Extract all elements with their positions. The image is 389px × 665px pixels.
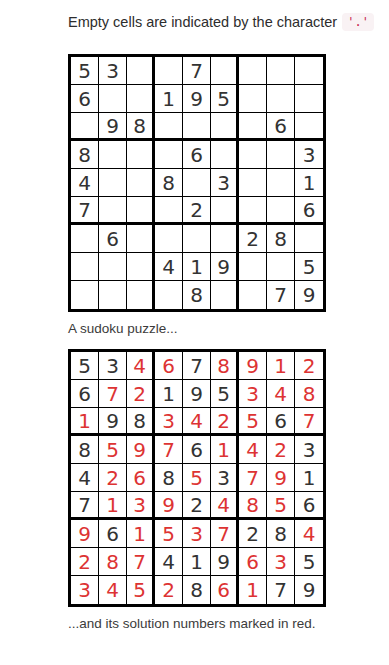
- cell-r2c6: 5: [211, 380, 239, 408]
- cell-r6c8: 5: [267, 492, 295, 520]
- cell-r5c2: 2: [99, 464, 127, 492]
- cell-r8c5: 1: [183, 548, 211, 576]
- cell-r8c8: [267, 253, 295, 281]
- cell-r3c3: 8: [127, 408, 155, 436]
- cell-r5c4: 8: [155, 464, 183, 492]
- cell-r6c9: 6: [295, 492, 323, 520]
- cell-r8c8: 3: [267, 548, 295, 576]
- cell-r3c8: 6: [267, 113, 295, 141]
- cell-r1c3: [127, 57, 155, 85]
- cell-r9c1: 3: [71, 576, 99, 604]
- cell-r5c7: 7: [239, 464, 267, 492]
- cell-r7c2: 6: [99, 225, 127, 253]
- cell-r9c2: 4: [99, 576, 127, 604]
- cell-r4c4: [155, 141, 183, 169]
- cell-r2c4: 1: [155, 380, 183, 408]
- cell-r4c8: 2: [267, 436, 295, 464]
- cell-r8c6: 9: [211, 253, 239, 281]
- cell-r9c6: [211, 281, 239, 309]
- cell-r2c8: [267, 85, 295, 113]
- cell-r2c7: 3: [239, 380, 267, 408]
- cell-r7c8: 8: [267, 225, 295, 253]
- cell-r6c5: 2: [183, 492, 211, 520]
- cell-r4c6: 1: [211, 436, 239, 464]
- solution-caption: ...and its solution numbers marked in re…: [68, 616, 389, 631]
- cell-r2c3: [127, 85, 155, 113]
- cell-r3c5: 4: [183, 408, 211, 436]
- cell-r4c3: 9: [127, 436, 155, 464]
- cell-r2c7: [239, 85, 267, 113]
- cell-r5c8: 9: [267, 464, 295, 492]
- cell-r5c3: 6: [127, 464, 155, 492]
- cell-r4c3: [127, 141, 155, 169]
- cell-r7c9: 4: [295, 520, 323, 548]
- cell-r7c5: [183, 225, 211, 253]
- cell-r9c3: [127, 281, 155, 309]
- cell-r9c9: 9: [295, 576, 323, 604]
- cell-r1c6: 8: [211, 352, 239, 380]
- cell-r9c5: 8: [183, 576, 211, 604]
- cell-r9c5: 8: [183, 281, 211, 309]
- cell-r6c3: [127, 197, 155, 225]
- cell-r6c9: 6: [295, 197, 323, 225]
- cell-r6c3: 3: [127, 492, 155, 520]
- cell-r9c1: [71, 281, 99, 309]
- cell-r3c8: 6: [267, 408, 295, 436]
- cell-r8c1: 2: [71, 548, 99, 576]
- cell-r7c7: 2: [239, 520, 267, 548]
- cell-r1c8: 1: [267, 352, 295, 380]
- cell-r6c1: 7: [71, 197, 99, 225]
- cell-r6c4: 9: [155, 492, 183, 520]
- cell-r8c3: 7: [127, 548, 155, 576]
- cell-r2c2: 7: [99, 380, 127, 408]
- cell-r8c7: 6: [239, 548, 267, 576]
- cell-r2c9: [295, 85, 323, 113]
- cell-r7c3: [127, 225, 155, 253]
- cell-r1c7: 9: [239, 352, 267, 380]
- cell-r6c5: 2: [183, 197, 211, 225]
- cell-r4c2: [99, 141, 127, 169]
- cell-r9c2: [99, 281, 127, 309]
- cell-r8c4: 4: [155, 253, 183, 281]
- cell-r3c4: 3: [155, 408, 183, 436]
- cell-r1c8: [267, 57, 295, 85]
- cell-r7c8: 8: [267, 520, 295, 548]
- cell-r4c4: 7: [155, 436, 183, 464]
- cell-r5c4: 8: [155, 169, 183, 197]
- cell-r3c9: [295, 113, 323, 141]
- cell-r4c9: 3: [295, 436, 323, 464]
- cell-r4c7: 4: [239, 436, 267, 464]
- cell-r9c3: 5: [127, 576, 155, 604]
- cell-r1c2: 3: [99, 352, 127, 380]
- cell-r4c1: 8: [71, 436, 99, 464]
- cell-r7c6: 7: [211, 520, 239, 548]
- cell-r1c5: 7: [183, 352, 211, 380]
- cell-r1c4: 6: [155, 352, 183, 380]
- cell-r3c7: 5: [239, 408, 267, 436]
- cell-r3c6: [211, 113, 239, 141]
- cell-r2c5: 9: [183, 85, 211, 113]
- cell-r7c3: 1: [127, 520, 155, 548]
- cell-r6c2: [99, 197, 127, 225]
- cell-r5c7: [239, 169, 267, 197]
- cell-r8c1: [71, 253, 99, 281]
- cell-r5c6: 3: [211, 464, 239, 492]
- cell-r4c7: [239, 141, 267, 169]
- cell-r1c1: 5: [71, 57, 99, 85]
- cell-r6c4: [155, 197, 183, 225]
- cell-r9c7: 1: [239, 576, 267, 604]
- cell-r8c4: 4: [155, 548, 183, 576]
- cell-r1c4: [155, 57, 183, 85]
- cell-r8c6: 9: [211, 548, 239, 576]
- cell-r2c6: 5: [211, 85, 239, 113]
- cell-r7c6: [211, 225, 239, 253]
- cell-r5c1: 4: [71, 464, 99, 492]
- cell-r6c6: [211, 197, 239, 225]
- cell-r6c2: 1: [99, 492, 127, 520]
- cell-r4c5: 6: [183, 141, 211, 169]
- cell-r7c4: 5: [155, 520, 183, 548]
- cell-r1c9: 2: [295, 352, 323, 380]
- cell-r8c3: [127, 253, 155, 281]
- cell-r9c9: 9: [295, 281, 323, 309]
- cell-r8c7: [239, 253, 267, 281]
- cell-r2c2: [99, 85, 127, 113]
- cell-r3c5: [183, 113, 211, 141]
- cell-r9c4: 2: [155, 576, 183, 604]
- cell-r5c9: 1: [295, 169, 323, 197]
- header-text-label: Empty cells are indicated by the charact…: [68, 14, 337, 30]
- cell-r5c2: [99, 169, 127, 197]
- cell-r4c5: 6: [183, 436, 211, 464]
- cell-r7c1: [71, 225, 99, 253]
- cell-r5c1: 4: [71, 169, 99, 197]
- cell-r4c9: 3: [295, 141, 323, 169]
- empty-cell-code-badge: '.': [342, 13, 374, 31]
- cell-r4c6: [211, 141, 239, 169]
- cell-r2c5: 9: [183, 380, 211, 408]
- cell-r4c1: 8: [71, 141, 99, 169]
- cell-r6c7: [239, 197, 267, 225]
- cell-r1c5: 7: [183, 57, 211, 85]
- cell-r3c2: 9: [99, 408, 127, 436]
- header-text: Empty cells are indicated by the charact…: [68, 13, 389, 31]
- cell-r2c8: 4: [267, 380, 295, 408]
- cell-r1c2: 3: [99, 57, 127, 85]
- cell-r3c9: 7: [295, 408, 323, 436]
- cell-r7c9: [295, 225, 323, 253]
- cell-r3c2: 9: [99, 113, 127, 141]
- cell-r2c4: 1: [155, 85, 183, 113]
- cell-r3c4: [155, 113, 183, 141]
- cell-r9c7: [239, 281, 267, 309]
- cell-r7c2: 6: [99, 520, 127, 548]
- cell-r9c6: 6: [211, 576, 239, 604]
- cell-r5c3: [127, 169, 155, 197]
- page: Empty cells are indicated by the charact…: [0, 0, 389, 631]
- cell-r7c5: 3: [183, 520, 211, 548]
- cell-r5c6: 3: [211, 169, 239, 197]
- cell-r6c8: [267, 197, 295, 225]
- cell-r5c5: 5: [183, 464, 211, 492]
- cell-r4c2: 5: [99, 436, 127, 464]
- cell-r3c3: 8: [127, 113, 155, 141]
- cell-r1c1: 5: [71, 352, 99, 380]
- cell-r2c3: 2: [127, 380, 155, 408]
- cell-r5c8: [267, 169, 295, 197]
- cell-r8c2: 8: [99, 548, 127, 576]
- cell-r7c4: [155, 225, 183, 253]
- puzzle-caption: A sudoku puzzle...: [68, 321, 389, 336]
- cell-r9c4: [155, 281, 183, 309]
- cell-r8c9: 5: [295, 253, 323, 281]
- cell-r3c1: 1: [71, 408, 99, 436]
- cell-r1c9: [295, 57, 323, 85]
- cell-r9c8: 7: [267, 281, 295, 309]
- cell-r5c5: [183, 169, 211, 197]
- cell-r3c6: 2: [211, 408, 239, 436]
- cell-r8c9: 5: [295, 548, 323, 576]
- cell-r8c5: 1: [183, 253, 211, 281]
- cell-r2c1: 6: [71, 380, 99, 408]
- cell-r1c6: [211, 57, 239, 85]
- cell-r3c1: [71, 113, 99, 141]
- cell-r6c1: 7: [71, 492, 99, 520]
- cell-r6c6: 4: [211, 492, 239, 520]
- cell-r1c3: 4: [127, 352, 155, 380]
- sudoku-puzzle-grid: 537619598686348317266284195879: [68, 54, 326, 312]
- cell-r3c7: [239, 113, 267, 141]
- cell-r1c7: [239, 57, 267, 85]
- cell-r7c7: 2: [239, 225, 267, 253]
- cell-r2c1: 6: [71, 85, 99, 113]
- cell-r6c7: 8: [239, 492, 267, 520]
- cell-r9c8: 7: [267, 576, 295, 604]
- cell-r7c1: 9: [71, 520, 99, 548]
- cell-r5c9: 1: [295, 464, 323, 492]
- cell-r2c9: 8: [295, 380, 323, 408]
- sudoku-solution-grid: 5346789126721953481983425678597614234268…: [68, 349, 326, 607]
- cell-r4c8: [267, 141, 295, 169]
- cell-r8c2: [99, 253, 127, 281]
